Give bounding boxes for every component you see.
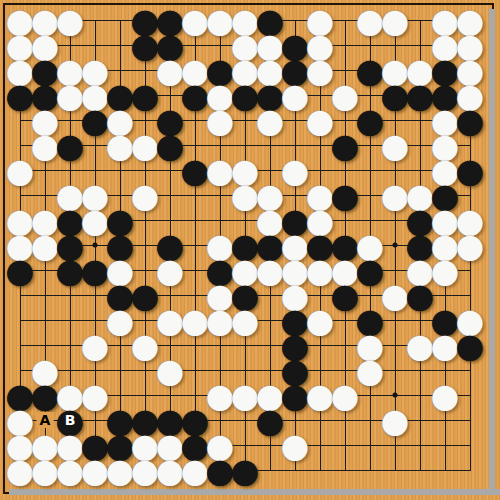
black-stone: ● bbox=[207, 457, 233, 483]
white-stone: ● bbox=[107, 457, 133, 483]
white-stone: ● bbox=[382, 407, 408, 433]
white-stone: ● bbox=[182, 7, 208, 33]
black-stone: ● bbox=[132, 82, 158, 108]
hoshi-point bbox=[93, 243, 98, 248]
black-stone: ● bbox=[32, 382, 58, 408]
white-stone: ● bbox=[157, 307, 183, 333]
white-stone: ● bbox=[382, 7, 408, 33]
black-stone: ● bbox=[332, 132, 358, 158]
white-stone: ● bbox=[357, 357, 383, 383]
black-stone: ● bbox=[382, 82, 408, 108]
board-edge-shadow-right bbox=[489, 9, 495, 495]
white-stone: ● bbox=[382, 182, 408, 208]
white-stone: ● bbox=[82, 207, 108, 233]
white-stone: ● bbox=[207, 157, 233, 183]
black-stone: ● bbox=[57, 257, 83, 283]
white-stone: ● bbox=[307, 307, 333, 333]
white-stone: ● bbox=[32, 132, 58, 158]
black-stone: ● bbox=[457, 107, 483, 133]
black-stone: ● bbox=[82, 107, 108, 133]
black-stone: ● bbox=[332, 282, 358, 308]
black-stone: ● bbox=[232, 457, 258, 483]
black-stone: ● bbox=[132, 32, 158, 58]
white-stone: ● bbox=[457, 232, 483, 258]
white-stone: ● bbox=[132, 332, 158, 358]
white-stone: ● bbox=[132, 182, 158, 208]
white-stone: ● bbox=[57, 82, 83, 108]
white-stone: ● bbox=[432, 332, 458, 358]
white-stone: ● bbox=[382, 282, 408, 308]
white-stone: ● bbox=[307, 257, 333, 283]
white-stone: ● bbox=[207, 7, 233, 33]
white-stone: ● bbox=[7, 457, 33, 483]
go-game-screenshot: ●●●●●●●●●●●●●●●●●●●●●●●●●●●●●●●●●●●●●●●●… bbox=[0, 0, 500, 500]
white-stone: ● bbox=[57, 457, 83, 483]
black-stone: ● bbox=[182, 82, 208, 108]
white-stone: ● bbox=[232, 182, 258, 208]
white-stone: ● bbox=[32, 232, 58, 258]
white-stone: ● bbox=[157, 357, 183, 383]
white-stone: ● bbox=[157, 257, 183, 283]
black-stone: ● bbox=[457, 332, 483, 358]
white-stone: ● bbox=[182, 307, 208, 333]
white-stone: ● bbox=[157, 57, 183, 83]
black-stone: ● bbox=[282, 382, 308, 408]
white-stone: ● bbox=[282, 157, 308, 183]
black-stone: ● bbox=[407, 282, 433, 308]
black-stone: ● bbox=[157, 132, 183, 158]
black-stone: ● bbox=[182, 157, 208, 183]
white-stone: ● bbox=[257, 107, 283, 133]
black-stone: ● bbox=[332, 182, 358, 208]
white-stone: ● bbox=[307, 382, 333, 408]
black-stone: ● bbox=[407, 82, 433, 108]
grid-line-horizontal bbox=[20, 370, 471, 371]
white-stone: ● bbox=[207, 382, 233, 408]
white-stone: ● bbox=[332, 382, 358, 408]
black-stone: ● bbox=[132, 282, 158, 308]
white-stone: ● bbox=[207, 107, 233, 133]
black-stone: ● bbox=[82, 257, 108, 283]
black-stone: ● bbox=[57, 132, 83, 158]
white-stone: ● bbox=[107, 132, 133, 158]
white-stone: ● bbox=[407, 332, 433, 358]
white-stone: ● bbox=[357, 7, 383, 33]
white-stone: ● bbox=[82, 332, 108, 358]
black-stone: ● bbox=[257, 407, 283, 433]
white-stone: ● bbox=[432, 257, 458, 283]
black-stone: ● bbox=[457, 157, 483, 183]
white-stone: ● bbox=[207, 307, 233, 333]
hoshi-point bbox=[393, 243, 398, 248]
white-stone: ● bbox=[382, 132, 408, 158]
white-stone: ● bbox=[332, 82, 358, 108]
hoshi-point bbox=[393, 393, 398, 398]
black-stone: ● bbox=[7, 257, 33, 283]
white-stone: ● bbox=[432, 382, 458, 408]
white-stone: ● bbox=[107, 307, 133, 333]
white-stone: ● bbox=[132, 132, 158, 158]
white-stone: ● bbox=[257, 257, 283, 283]
black-stone: ● bbox=[7, 82, 33, 108]
white-stone: ● bbox=[307, 107, 333, 133]
white-stone: ● bbox=[157, 457, 183, 483]
white-stone: ● bbox=[232, 382, 258, 408]
black-stone: ● bbox=[357, 57, 383, 83]
white-stone: ● bbox=[82, 457, 108, 483]
white-stone: ● bbox=[7, 157, 33, 183]
white-stone: ● bbox=[182, 457, 208, 483]
black-stone: ● bbox=[357, 257, 383, 283]
white-stone: ● bbox=[232, 307, 258, 333]
white-stone: ● bbox=[57, 7, 83, 33]
white-stone: ● bbox=[307, 57, 333, 83]
white-stone: ● bbox=[132, 457, 158, 483]
go-board[interactable]: ●●●●●●●●●●●●●●●●●●●●●●●●●●●●●●●●●●●●●●●●… bbox=[0, 0, 500, 500]
white-stone: ● bbox=[282, 432, 308, 458]
white-stone: ● bbox=[82, 382, 108, 408]
black-stone: ● bbox=[357, 107, 383, 133]
white-stone: ● bbox=[32, 457, 58, 483]
black-stone: ● bbox=[232, 82, 258, 108]
white-stone: ● bbox=[282, 82, 308, 108]
